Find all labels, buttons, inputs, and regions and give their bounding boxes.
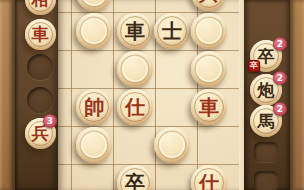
piece-red-advisor[interactable]: 仕 [117, 89, 153, 125]
tray-piece-red-chariot: 車 [25, 19, 56, 50]
piece-facedown[interactable] [76, 127, 112, 163]
piece-facedown[interactable] [117, 51, 153, 87]
piece-ring [122, 56, 148, 82]
piece-character: 馬 [258, 113, 275, 130]
piece-character: 仕 [125, 97, 145, 117]
piece-facedown[interactable] [154, 127, 190, 163]
piece-facedown[interactable] [76, 13, 112, 49]
empty-capture-slot [27, 87, 53, 113]
piece-character: 卒 [125, 173, 145, 190]
piece-ring [196, 18, 222, 44]
capture-count-badge: 2 [273, 102, 287, 116]
piece-character: 車 [32, 26, 49, 43]
piece-red-chariot[interactable]: 車 [191, 89, 227, 125]
piece-character: 卒 [258, 48, 275, 65]
piece-red-general[interactable]: 帥 [76, 89, 112, 125]
capture-count-badge: 3 [43, 114, 57, 128]
piece-character: 車 [125, 21, 145, 41]
piece-ring [196, 56, 222, 82]
piece-character: 仕 [199, 173, 219, 190]
piece-black-chariot[interactable]: 車 [117, 13, 153, 49]
piece-facedown[interactable] [191, 51, 227, 87]
piece-ring [81, 18, 107, 44]
piece-ring [81, 0, 107, 6]
piece-character: 車 [199, 97, 219, 117]
capture-count-badge: 2 [273, 37, 287, 51]
piece-character: 相 [32, 0, 49, 8]
piece-facedown[interactable] [191, 13, 227, 49]
piece-black-advisor[interactable]: 士 [154, 13, 190, 49]
empty-capture-slot [254, 171, 278, 190]
piece-character: 炮 [258, 82, 275, 99]
piece-character: 兵 [199, 0, 219, 3]
right-frame-wood [290, 0, 304, 190]
empty-capture-slot [27, 54, 53, 80]
capture-count-badge: 2 [273, 71, 287, 85]
left-frame-wood [0, 0, 15, 190]
captured-by-tag-icon: 卒 [248, 60, 260, 72]
piece-character: 帥 [84, 97, 104, 117]
piece-ring [159, 132, 185, 158]
piece-ring [81, 132, 107, 158]
empty-capture-slot [254, 142, 278, 162]
piece-character: 士 [162, 21, 182, 41]
xiangqi-game-screen: 兵車士帥仕車卒仕相車兵3卒2卒炮2馬2 [0, 0, 304, 190]
